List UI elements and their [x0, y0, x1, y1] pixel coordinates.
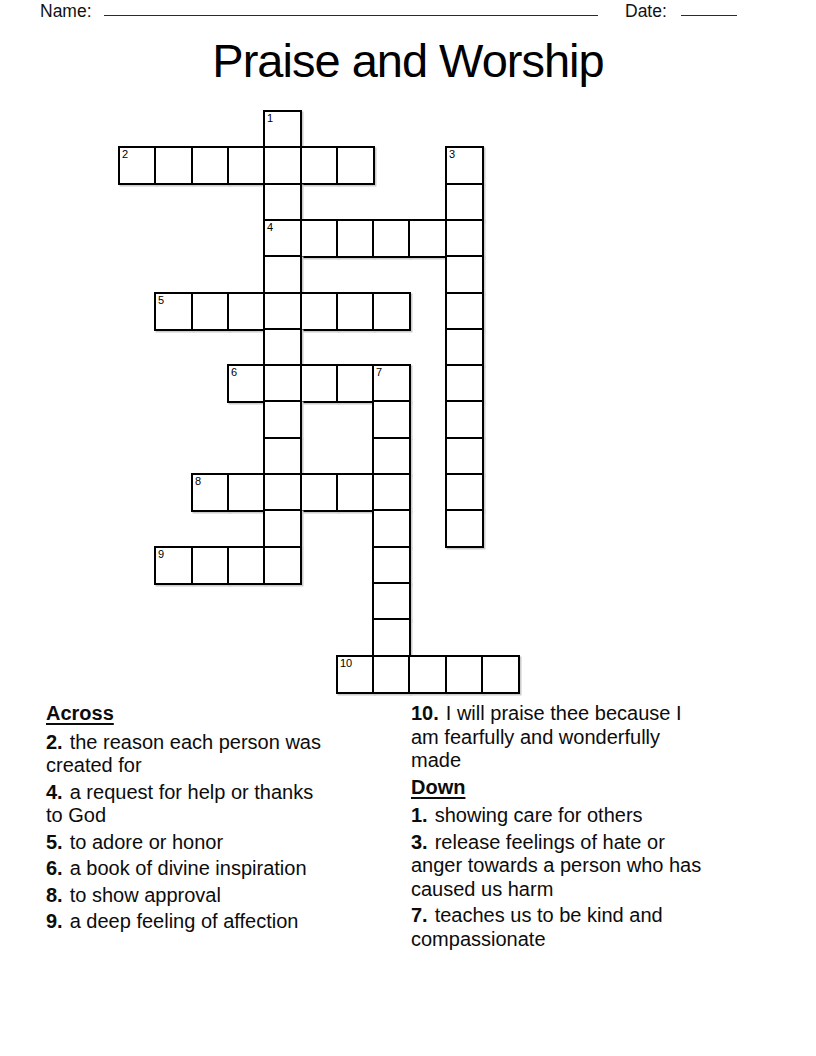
clue-down-7: 7.teaches us to be kind and compassionat…	[411, 904, 706, 951]
grid-cell[interactable]	[227, 146, 266, 185]
grid-cell[interactable]	[445, 183, 484, 222]
grid-cell[interactable]	[372, 618, 411, 657]
grid-cell[interactable]	[372, 292, 411, 331]
cell-number: 7	[376, 366, 382, 379]
across-header: Across	[46, 702, 326, 726]
grid-cell[interactable]: 6	[227, 364, 266, 403]
grid-cell[interactable]	[263, 509, 302, 548]
clue-across-9: 9.a deep feeling of affection	[46, 910, 326, 934]
grid-cell[interactable]	[408, 219, 447, 258]
grid-cell[interactable]	[300, 364, 339, 403]
grid-cell[interactable]	[191, 546, 230, 585]
cell-number: 4	[267, 221, 273, 234]
across-clues-column: Across 2.the reason each person was crea…	[46, 702, 326, 937]
grid-cell[interactable]: 4	[263, 219, 302, 258]
grid-cell[interactable]	[263, 328, 302, 367]
name-blank-line[interactable]	[104, 2, 598, 16]
cell-number: 1	[267, 112, 273, 125]
grid-cell[interactable]	[336, 219, 375, 258]
grid-cell[interactable]	[227, 473, 266, 512]
grid-cell[interactable]: 3	[445, 146, 484, 185]
grid-cell[interactable]	[263, 400, 302, 439]
grid-cell[interactable]	[445, 364, 484, 403]
grid-cell[interactable]	[191, 292, 230, 331]
down-header: Down	[411, 776, 706, 800]
grid-cell[interactable]	[263, 546, 302, 585]
date-blank-line[interactable]	[681, 2, 737, 16]
grid-cell[interactable]	[336, 473, 375, 512]
clue-across-5: 5.to adore or honor	[46, 831, 326, 855]
grid-cell[interactable]	[445, 473, 484, 512]
grid-cell[interactable]	[263, 364, 302, 403]
grid-cell[interactable]	[481, 655, 520, 694]
crossword-grid: 12345678910	[118, 110, 520, 694]
grid-cell[interactable]	[372, 655, 411, 694]
clue-down-3: 3.release feelings of hate or anger towa…	[411, 831, 706, 902]
cell-number: 3	[449, 148, 455, 161]
grid-cell[interactable]	[445, 219, 484, 258]
grid-cell[interactable]	[445, 655, 484, 694]
grid-cell[interactable]	[372, 219, 411, 258]
grid-cell[interactable]	[445, 292, 484, 331]
grid-cell[interactable]	[445, 328, 484, 367]
grid-cell[interactable]: 1	[263, 110, 302, 149]
grid-cell[interactable]	[263, 183, 302, 222]
grid-cell[interactable]	[408, 655, 447, 694]
grid-cell[interactable]: 2	[118, 146, 157, 185]
grid-cell[interactable]: 10	[336, 655, 375, 694]
grid-cell[interactable]	[336, 364, 375, 403]
clue-across-4: 4.a request for help or thanks to God	[46, 781, 326, 828]
grid-cell[interactable]	[372, 437, 411, 476]
grid-cell[interactable]	[372, 582, 411, 621]
grid-cell[interactable]	[191, 146, 230, 185]
grid-cell[interactable]: 5	[154, 292, 193, 331]
grid-cell[interactable]	[263, 437, 302, 476]
grid-cell[interactable]	[263, 255, 302, 294]
grid-cell[interactable]	[300, 146, 339, 185]
grid-cell[interactable]	[445, 400, 484, 439]
clue-down-1: 1.showing care for others	[411, 804, 706, 828]
grid-cell[interactable]	[372, 546, 411, 585]
grid-cell[interactable]	[300, 473, 339, 512]
grid-cell[interactable]	[263, 473, 302, 512]
cell-number: 9	[158, 548, 164, 561]
grid-cell[interactable]	[263, 146, 302, 185]
grid-cell[interactable]	[227, 292, 266, 331]
date-label: Date:	[625, 1, 667, 22]
grid-cell[interactable]: 8	[191, 473, 230, 512]
clue-across-8: 8.to show approval	[46, 884, 326, 908]
cell-number: 6	[231, 366, 237, 379]
grid-cell[interactable]	[263, 292, 302, 331]
grid-cell[interactable]	[445, 509, 484, 548]
cell-number: 8	[195, 475, 201, 488]
grid-cell[interactable]	[300, 292, 339, 331]
grid-cell[interactable]	[372, 509, 411, 548]
grid-cell[interactable]	[227, 546, 266, 585]
page-title: Praise and Worship	[0, 33, 816, 88]
grid-cell[interactable]	[445, 437, 484, 476]
name-label: Name:	[40, 1, 92, 22]
grid-cell[interactable]	[336, 292, 375, 331]
grid-cell[interactable]	[300, 219, 339, 258]
clue-across-6: 6.a book of divine inspiration	[46, 857, 326, 881]
grid-cell[interactable]	[445, 255, 484, 294]
grid-cell[interactable]	[336, 146, 375, 185]
clue-across-10: 10.I will praise thee because I am fearf…	[411, 702, 706, 773]
grid-cell[interactable]: 9	[154, 546, 193, 585]
grid-cell[interactable]	[154, 146, 193, 185]
worksheet-page: Name: Date: Praise and Worship 123456789…	[0, 0, 816, 1056]
grid-cell[interactable]	[372, 400, 411, 439]
grid-cell[interactable]: 7	[372, 364, 411, 403]
cell-number: 2	[122, 148, 128, 161]
grid-cell[interactable]	[372, 473, 411, 512]
cell-number: 5	[158, 294, 164, 307]
cell-number: 10	[340, 657, 352, 670]
clue-across-2: 2.the reason each person was created for	[46, 731, 326, 778]
down-clues-column: 10.I will praise thee because I am fearf…	[411, 702, 706, 954]
